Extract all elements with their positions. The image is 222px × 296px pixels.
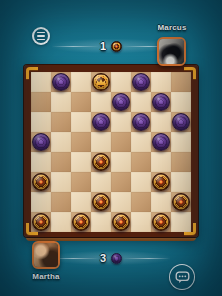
square-r7c5: [131, 212, 151, 232]
opponent-avatar-photo: [159, 39, 184, 64]
square-r3c7: [171, 132, 191, 152]
board-corner-bracket: [26, 223, 38, 235]
purple-man[interactable]: [172, 113, 190, 131]
square-r3c1: [51, 132, 71, 152]
square-r5c5: [131, 172, 151, 192]
board-corner-bracket: [26, 67, 38, 79]
square-r1c7: [171, 92, 191, 112]
square-r4c6: [151, 152, 171, 172]
orange-man[interactable]: [32, 173, 50, 191]
square-r1c2[interactable]: [71, 92, 91, 112]
square-r0c5[interactable]: [131, 72, 151, 92]
purple-piece-icon: [111, 253, 122, 264]
player-capture-count: 3: [100, 252, 106, 264]
square-r3c5: [131, 132, 151, 152]
square-r2c3[interactable]: [91, 112, 111, 132]
hamburger-icon: [37, 35, 45, 37]
purple-man[interactable]: [132, 73, 150, 91]
square-r7c3: [91, 212, 111, 232]
player-avatar[interactable]: [32, 241, 60, 269]
square-r0c2: [71, 72, 91, 92]
square-r0c6: [151, 72, 171, 92]
purple-man[interactable]: [152, 93, 170, 111]
square-r4c2: [71, 152, 91, 172]
purple-man[interactable]: [112, 93, 130, 111]
square-r4c0: [31, 152, 51, 172]
square-r5c3: [91, 172, 111, 192]
square-r2c2: [71, 112, 91, 132]
opponent-name: Marcus: [147, 23, 197, 32]
square-r0c1[interactable]: [51, 72, 71, 92]
orange-man[interactable]: [92, 153, 110, 171]
square-r5c0[interactable]: [31, 172, 51, 192]
square-r2c7[interactable]: [171, 112, 191, 132]
orange-piece-icon: [111, 41, 122, 52]
square-r5c2[interactable]: [71, 172, 91, 192]
orange-man[interactable]: [172, 193, 190, 211]
square-r2c5[interactable]: [131, 112, 151, 132]
hamburger-icon: [37, 32, 45, 34]
orange-man[interactable]: [112, 213, 130, 231]
orange-man[interactable]: [92, 193, 110, 211]
square-r3c6[interactable]: [151, 132, 171, 152]
board-corner-bracket: [184, 67, 196, 79]
square-r0c3[interactable]: [91, 72, 111, 92]
square-r1c6[interactable]: [151, 92, 171, 112]
purple-man[interactable]: [52, 73, 70, 91]
square-r4c4: [111, 152, 131, 172]
purple-man[interactable]: [132, 113, 150, 131]
speech-bubble-icon: [175, 271, 190, 284]
board-corner-bracket: [184, 223, 196, 235]
square-r1c5: [131, 92, 151, 112]
square-r5c7: [171, 172, 191, 192]
orange-king[interactable]: [92, 73, 110, 91]
square-r2c6: [151, 112, 171, 132]
square-r4c3[interactable]: [91, 152, 111, 172]
square-r4c5[interactable]: [131, 152, 151, 172]
square-r3c3: [91, 132, 111, 152]
game-screen: Marcus 1 3 Martha: [0, 0, 222, 296]
opponent-avatar[interactable]: [157, 37, 186, 66]
square-r6c5[interactable]: [131, 192, 151, 212]
square-r6c2: [71, 192, 91, 212]
square-r1c3: [91, 92, 111, 112]
purple-man[interactable]: [152, 133, 170, 151]
square-r7c4[interactable]: [111, 212, 131, 232]
square-r4c7[interactable]: [171, 152, 191, 172]
chat-button[interactable]: [169, 264, 195, 290]
square-r2c1[interactable]: [51, 112, 71, 132]
orange-man[interactable]: [152, 213, 170, 231]
square-r2c4: [111, 112, 131, 132]
square-r6c7[interactable]: [171, 192, 191, 212]
square-r2c0: [31, 112, 51, 132]
board-grid: [31, 72, 191, 232]
square-r0c4: [111, 72, 131, 92]
square-r5c6[interactable]: [151, 172, 171, 192]
square-r6c4: [111, 192, 131, 212]
purple-man[interactable]: [92, 113, 110, 131]
square-r7c1: [51, 212, 71, 232]
square-r7c2[interactable]: [71, 212, 91, 232]
purple-man[interactable]: [32, 133, 50, 151]
square-r4c1[interactable]: [51, 152, 71, 172]
square-r6c6: [151, 192, 171, 212]
square-r5c4[interactable]: [111, 172, 131, 192]
opponent-capture-count: 1: [100, 40, 106, 52]
square-r6c3[interactable]: [91, 192, 111, 212]
square-r5c1: [51, 172, 71, 192]
square-r1c4[interactable]: [111, 92, 131, 112]
square-r1c1: [51, 92, 71, 112]
orange-man[interactable]: [152, 173, 170, 191]
square-r6c0: [31, 192, 51, 212]
square-r6c1[interactable]: [51, 192, 71, 212]
orange-man[interactable]: [72, 213, 90, 231]
square-r3c0[interactable]: [31, 132, 51, 152]
player-avatar-photo: [34, 243, 58, 267]
crown-icon: [96, 78, 107, 87]
square-r3c2[interactable]: [71, 132, 91, 152]
square-r7c6[interactable]: [151, 212, 171, 232]
square-r1c0[interactable]: [31, 92, 51, 112]
board-frame: [24, 65, 198, 237]
opponent-capture-counter: 1: [0, 39, 222, 53]
player-name: Martha: [20, 272, 72, 281]
square-r3c4[interactable]: [111, 132, 131, 152]
